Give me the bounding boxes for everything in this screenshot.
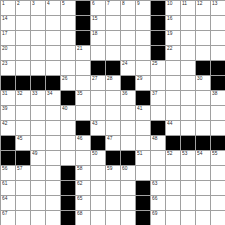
cell-r13c13[interactable] (181, 181, 196, 196)
clue-number-33: 33 (32, 91, 37, 96)
cell-r7c11[interactable]: 37 (151, 91, 166, 106)
cell-r12c15[interactable] (211, 166, 225, 181)
cell-r11c10[interactable]: 51 (136, 151, 151, 166)
cell-r5c11[interactable]: 25 (151, 61, 166, 76)
clue-number-11: 11 (182, 1, 187, 6)
clue-number-6: 6 (92, 1, 95, 6)
cell-r15c6[interactable]: 68 (76, 211, 91, 225)
cell-r8c9[interactable] (121, 106, 136, 121)
cell-r1c9[interactable]: 8 (121, 1, 136, 16)
clue-number-67: 67 (2, 211, 7, 216)
clue-number-29: 29 (137, 76, 142, 81)
clue-number-32: 32 (17, 91, 22, 96)
cell-r7c1[interactable]: 31 (1, 91, 16, 106)
cell-r6c11[interactable] (151, 76, 166, 91)
clue-number-43: 43 (92, 121, 97, 126)
black-cell-r11c2 (16, 151, 31, 166)
clue-number-26: 26 (62, 76, 67, 81)
clue-number-65: 65 (77, 196, 82, 201)
black-cell-r11c8 (106, 151, 121, 166)
clue-number-66: 66 (152, 196, 157, 201)
black-cell-r9c6 (76, 121, 91, 136)
cell-r8c14[interactable] (196, 106, 211, 121)
cell-r6c12[interactable] (166, 76, 181, 91)
cell-r13c7[interactable] (91, 181, 106, 196)
cell-r4c2[interactable] (16, 46, 31, 61)
clue-number-31: 31 (2, 91, 7, 96)
clue-number-64: 64 (2, 196, 7, 201)
cell-r15c1[interactable]: 67 (1, 211, 16, 225)
clue-number-40: 40 (62, 106, 67, 111)
cell-r2c13[interactable] (181, 16, 196, 31)
cell-r14c4[interactable] (46, 196, 61, 211)
cell-r14c11[interactable]: 66 (151, 196, 166, 211)
clue-number-63: 63 (152, 181, 157, 186)
clue-number-9: 9 (137, 1, 140, 6)
cell-r1c1[interactable]: 1 (1, 1, 16, 16)
clue-number-16: 16 (167, 16, 172, 21)
cell-r1c15[interactable]: 13 (211, 1, 225, 16)
cell-r1c13[interactable]: 11 (181, 1, 196, 16)
clue-number-52: 52 (167, 151, 172, 156)
cell-r5c9[interactable]: 24 (121, 61, 136, 76)
cell-r7c4[interactable]: 34 (46, 91, 61, 106)
black-cell-r1c6 (76, 1, 91, 16)
cell-r7c12[interactable] (166, 91, 181, 106)
cell-r6c7[interactable]: 27 (91, 76, 106, 91)
black-cell-r6c1 (1, 76, 16, 91)
clue-number-25: 25 (152, 61, 157, 66)
clue-number-48: 48 (152, 136, 157, 141)
clue-number-41: 41 (137, 106, 142, 111)
clue-number-34: 34 (47, 91, 52, 96)
cell-r13c8[interactable] (106, 181, 121, 196)
cell-r2c14[interactable] (196, 16, 211, 31)
cell-r9c10[interactable] (136, 121, 151, 136)
cell-r13c6[interactable]: 62 (76, 181, 91, 196)
cell-r4c9[interactable] (121, 46, 136, 61)
cell-r12c6[interactable]: 58 (76, 166, 91, 181)
clue-number-61: 61 (2, 181, 7, 186)
cell-r1c8[interactable]: 7 (106, 1, 121, 16)
cell-r10c10[interactable] (136, 136, 151, 151)
black-cell-r10c13 (181, 136, 196, 151)
clue-number-55: 55 (212, 151, 217, 156)
black-cell-r14c5 (61, 196, 76, 211)
clue-number-59: 59 (107, 166, 112, 171)
clue-number-23: 23 (2, 61, 7, 66)
black-cell-r6c15 (211, 76, 225, 91)
cell-r9c9[interactable] (121, 121, 136, 136)
cell-r7c14[interactable] (196, 91, 211, 106)
cell-r8c3[interactable] (31, 106, 46, 121)
clue-number-17: 17 (2, 31, 7, 36)
cell-r8c11[interactable] (151, 106, 166, 121)
cell-r8c4[interactable] (46, 106, 61, 121)
cell-r1c10[interactable]: 9 (136, 1, 151, 16)
clue-number-39: 39 (2, 106, 7, 111)
cell-r14c8[interactable] (106, 196, 121, 211)
cell-r8c6[interactable] (76, 106, 91, 121)
cell-r12c4[interactable] (46, 166, 61, 181)
cell-r10c5[interactable] (61, 136, 76, 151)
clue-number-13: 13 (212, 1, 217, 6)
clue-number-46: 46 (77, 136, 82, 141)
clue-number-3: 3 (32, 1, 35, 6)
cell-r15c12[interactable] (166, 211, 181, 225)
cell-r7c2[interactable]: 32 (16, 91, 31, 106)
clue-number-38: 38 (212, 91, 217, 96)
cell-r4c6[interactable]: 21 (76, 46, 91, 61)
crossword-grid: 1234567891011121314151617181920212223242… (0, 0, 225, 225)
cell-r13c2[interactable] (16, 181, 31, 196)
cell-r9c8[interactable] (106, 121, 121, 136)
cell-r9c13[interactable] (181, 121, 196, 136)
clue-number-24: 24 (122, 61, 127, 66)
clue-number-8: 8 (122, 1, 125, 6)
cell-r5c13[interactable] (181, 61, 196, 76)
cell-r13c1[interactable]: 61 (1, 181, 16, 196)
cell-r8c5[interactable]: 40 (61, 106, 76, 121)
cell-r13c11[interactable]: 63 (151, 181, 166, 196)
cell-r7c6[interactable]: 35 (76, 91, 91, 106)
cell-r14c6[interactable]: 65 (76, 196, 91, 211)
black-cell-r10c7 (91, 136, 106, 151)
cell-r9c2[interactable] (16, 121, 31, 136)
cell-r10c2[interactable]: 45 (16, 136, 31, 151)
cell-r12c3[interactable] (31, 166, 46, 181)
cell-r15c15[interactable] (211, 211, 225, 225)
cell-r3c14[interactable] (196, 31, 211, 46)
cell-r5c6[interactable] (76, 61, 91, 76)
black-cell-r5c7 (91, 61, 106, 76)
clue-number-57: 57 (17, 166, 22, 171)
cell-r11c5[interactable] (61, 151, 76, 166)
cell-r9c4[interactable] (46, 121, 61, 136)
cell-r3c9[interactable] (121, 31, 136, 46)
black-cell-r11c9 (121, 151, 136, 166)
cell-r3c7[interactable]: 18 (91, 31, 106, 46)
cell-r12c2[interactable]: 57 (16, 166, 31, 181)
clue-number-62: 62 (77, 181, 82, 186)
cell-r8c10[interactable]: 41 (136, 106, 151, 121)
black-cell-r15c10 (136, 211, 151, 225)
cell-r14c7[interactable] (91, 196, 106, 211)
black-cell-r7c5 (61, 91, 76, 106)
cell-r7c3[interactable]: 33 (31, 91, 46, 106)
black-cell-r9c11 (151, 121, 166, 136)
cell-r15c9[interactable] (121, 211, 136, 225)
cell-r13c12[interactable] (166, 181, 181, 196)
clue-number-60: 60 (122, 166, 127, 171)
cell-r1c12[interactable]: 10 (166, 1, 181, 16)
clue-number-54: 54 (197, 151, 202, 156)
clue-number-4: 4 (47, 1, 50, 6)
clue-number-49: 49 (32, 151, 37, 156)
cell-r1c3[interactable]: 3 (31, 1, 46, 16)
cell-r1c4[interactable]: 4 (46, 1, 61, 16)
clue-number-7: 7 (107, 1, 110, 6)
cell-r4c4[interactable] (46, 46, 61, 61)
cell-r5c10[interactable] (136, 61, 151, 76)
cell-r7c7[interactable] (91, 91, 106, 106)
black-cell-r4c11 (151, 46, 166, 61)
clue-number-58: 58 (77, 166, 82, 171)
cell-r14c9[interactable] (121, 196, 136, 211)
cell-r9c1[interactable]: 42 (1, 121, 16, 136)
clue-number-50: 50 (92, 151, 97, 156)
cell-r2c5[interactable] (61, 16, 76, 31)
clue-number-35: 35 (77, 91, 82, 96)
cell-r12c10[interactable] (136, 166, 151, 181)
cell-r12c14[interactable] (196, 166, 211, 181)
cell-r15c11[interactable]: 69 (151, 211, 166, 225)
black-cell-r5c15 (211, 61, 225, 76)
cell-r12c8[interactable]: 59 (106, 166, 121, 181)
cell-r2c15[interactable] (211, 16, 225, 31)
black-cell-r13c10 (136, 181, 151, 196)
cell-r3c4[interactable] (46, 31, 61, 46)
cell-r12c13[interactable] (181, 166, 196, 181)
black-cell-r5c8 (106, 61, 121, 76)
cell-r9c15[interactable] (211, 121, 225, 136)
clue-number-42: 42 (2, 121, 7, 126)
black-cell-r10c12 (166, 136, 181, 151)
cell-r4c12[interactable]: 22 (166, 46, 181, 61)
cell-r7c15[interactable]: 38 (211, 91, 225, 106)
clue-number-56: 56 (2, 166, 7, 171)
cell-r3c3[interactable] (31, 31, 46, 46)
cell-r2c2[interactable] (16, 16, 31, 31)
cell-r5c12[interactable] (166, 61, 181, 76)
cell-r12c7[interactable] (91, 166, 106, 181)
cell-r9c5[interactable] (61, 121, 76, 136)
cell-r3c8[interactable] (106, 31, 121, 46)
cell-r9c12[interactable]: 44 (166, 121, 181, 136)
black-cell-r5c14 (196, 61, 211, 76)
cell-r8c2[interactable] (16, 106, 31, 121)
cell-r9c14[interactable] (196, 121, 211, 136)
cell-r7c13[interactable] (181, 91, 196, 106)
clue-number-2: 2 (17, 1, 20, 6)
black-cell-r12c5 (61, 166, 76, 181)
clue-number-28: 28 (107, 76, 112, 81)
clue-number-68: 68 (77, 211, 82, 216)
black-cell-r2c6 (76, 16, 91, 31)
cell-r13c3[interactable] (31, 181, 46, 196)
cell-r3c5[interactable] (61, 31, 76, 46)
cell-r4c13[interactable] (181, 46, 196, 61)
cell-r3c2[interactable] (16, 31, 31, 46)
cell-r3c10[interactable] (136, 31, 151, 46)
clue-number-10: 10 (167, 1, 172, 6)
cell-r11c3[interactable]: 49 (31, 151, 46, 166)
clue-number-53: 53 (182, 151, 187, 156)
clue-number-36: 36 (122, 91, 127, 96)
black-cell-r2c11 (151, 16, 166, 31)
cell-r1c2[interactable]: 2 (16, 1, 31, 16)
cell-r8c12[interactable] (166, 106, 181, 121)
cell-r10c8[interactable]: 47 (106, 136, 121, 151)
clue-number-19: 19 (167, 31, 172, 36)
cell-r9c7[interactable]: 43 (91, 121, 106, 136)
cell-r15c4[interactable] (46, 211, 61, 225)
black-cell-r10c1 (1, 136, 16, 151)
cell-r15c13[interactable] (181, 211, 196, 225)
cell-r4c7[interactable] (91, 46, 106, 61)
cell-r5c4[interactable] (46, 61, 61, 76)
cell-r3c1[interactable]: 17 (1, 31, 16, 46)
black-cell-r10c15 (211, 136, 225, 151)
cell-r12c11[interactable] (151, 166, 166, 181)
cell-r14c14[interactable] (196, 196, 211, 211)
cell-r13c4[interactable] (46, 181, 61, 196)
cell-r7c8[interactable] (106, 91, 121, 106)
cell-r2c10[interactable] (136, 16, 151, 31)
cell-r6c13[interactable] (181, 76, 196, 91)
cell-r8c1[interactable]: 39 (1, 106, 16, 121)
cell-r11c6[interactable] (76, 151, 91, 166)
black-cell-r13c5 (61, 181, 76, 196)
clue-number-27: 27 (92, 76, 97, 81)
cell-r1c14[interactable]: 12 (196, 1, 211, 16)
cell-r15c14[interactable] (196, 211, 211, 225)
cell-r4c14[interactable] (196, 46, 211, 61)
cell-r11c15[interactable]: 55 (211, 151, 225, 166)
cell-r14c15[interactable] (211, 196, 225, 211)
cell-r2c9[interactable] (121, 16, 136, 31)
cell-r11c7[interactable]: 50 (91, 151, 106, 166)
cell-r3c15[interactable] (211, 31, 225, 46)
clue-number-14: 14 (2, 16, 7, 21)
cell-r8c13[interactable] (181, 106, 196, 121)
cell-r5c5[interactable] (61, 61, 76, 76)
cell-r8c15[interactable] (211, 106, 225, 121)
cell-r4c5[interactable] (61, 46, 76, 61)
cell-r6c6[interactable] (76, 76, 91, 91)
cell-r5c2[interactable] (16, 61, 31, 76)
cell-r13c9[interactable] (121, 181, 136, 196)
black-cell-r6c2 (16, 76, 31, 91)
cell-r10c4[interactable] (46, 136, 61, 151)
clue-number-44: 44 (167, 121, 172, 126)
cell-r8c8[interactable] (106, 106, 121, 121)
cell-r14c2[interactable] (16, 196, 31, 211)
cell-r15c2[interactable] (16, 211, 31, 225)
cell-r15c7[interactable] (91, 211, 106, 225)
black-cell-r6c4 (46, 76, 61, 91)
clue-number-15: 15 (92, 16, 97, 21)
cell-r12c1[interactable]: 56 (1, 166, 16, 181)
cell-r3c13[interactable] (181, 31, 196, 46)
black-cell-r7c10 (136, 91, 151, 106)
cell-r4c10[interactable] (136, 46, 151, 61)
cell-r10c11[interactable]: 48 (151, 136, 166, 151)
cell-r13c14[interactable] (196, 181, 211, 196)
cell-r8c7[interactable] (91, 106, 106, 121)
clue-number-47: 47 (107, 136, 112, 141)
clue-number-45: 45 (17, 136, 22, 141)
cell-r15c3[interactable] (31, 211, 46, 225)
cell-r10c3[interactable] (31, 136, 46, 151)
cell-r12c12[interactable] (166, 166, 181, 181)
cell-r3c12[interactable]: 19 (166, 31, 181, 46)
cell-r11c14[interactable]: 54 (196, 151, 211, 166)
cell-r6c10[interactable]: 29 (136, 76, 151, 91)
black-cell-r14c10 (136, 196, 151, 211)
cell-r1c5[interactable]: 5 (61, 1, 76, 16)
cell-r1c7[interactable]: 6 (91, 1, 106, 16)
cell-r6c8[interactable]: 28 (106, 76, 121, 91)
cell-r11c12[interactable]: 52 (166, 151, 181, 166)
clue-number-69: 69 (152, 211, 157, 216)
clue-number-18: 18 (92, 31, 97, 36)
clue-number-30: 30 (197, 76, 202, 81)
cell-r5c3[interactable] (31, 61, 46, 76)
black-cell-r10c14 (196, 136, 211, 151)
cell-r14c3[interactable] (31, 196, 46, 211)
clue-number-1: 1 (2, 1, 5, 6)
cell-r11c11[interactable] (151, 151, 166, 166)
cell-r10c9[interactable] (121, 136, 136, 151)
clue-number-5: 5 (62, 1, 65, 6)
clue-number-21: 21 (77, 46, 82, 51)
clue-number-20: 20 (2, 46, 7, 51)
cell-r4c15[interactable] (211, 46, 225, 61)
clue-number-12: 12 (197, 1, 202, 6)
cell-r13c15[interactable] (211, 181, 225, 196)
cell-r7c9[interactable]: 36 (121, 91, 136, 106)
cell-r6c5[interactable]: 26 (61, 76, 76, 91)
cell-r2c8[interactable] (106, 16, 121, 31)
cell-r15c8[interactable] (106, 211, 121, 225)
cell-r4c8[interactable] (106, 46, 121, 61)
black-cell-r6c3 (31, 76, 46, 91)
clue-number-37: 37 (152, 91, 157, 96)
cell-r14c12[interactable] (166, 196, 181, 211)
cell-r4c3[interactable] (31, 46, 46, 61)
cell-r12c9[interactable]: 60 (121, 166, 136, 181)
black-cell-r1c11 (151, 1, 166, 16)
cell-r14c1[interactable]: 64 (1, 196, 16, 211)
clue-number-51: 51 (137, 151, 142, 156)
cell-r6c14[interactable]: 30 (196, 76, 211, 91)
black-cell-r3c11 (151, 31, 166, 46)
cell-r2c4[interactable] (46, 16, 61, 31)
black-cell-r11c1 (1, 151, 16, 166)
cell-r2c1[interactable]: 14 (1, 16, 16, 31)
cell-r5c1[interactable]: 23 (1, 61, 16, 76)
clue-number-22: 22 (167, 46, 172, 51)
cell-r11c4[interactable] (46, 151, 61, 166)
cell-r11c13[interactable]: 53 (181, 151, 196, 166)
cell-r2c12[interactable]: 16 (166, 16, 181, 31)
cell-r10c6[interactable]: 46 (76, 136, 91, 151)
cell-r2c7[interactable]: 15 (91, 16, 106, 31)
black-cell-r3c6 (76, 31, 91, 46)
cell-r9c3[interactable] (31, 121, 46, 136)
black-cell-r15c5 (61, 211, 76, 225)
cell-r4c1[interactable]: 20 (1, 46, 16, 61)
cell-r2c3[interactable] (31, 16, 46, 31)
cell-r14c13[interactable] (181, 196, 196, 211)
black-cell-r6c9 (121, 76, 136, 91)
